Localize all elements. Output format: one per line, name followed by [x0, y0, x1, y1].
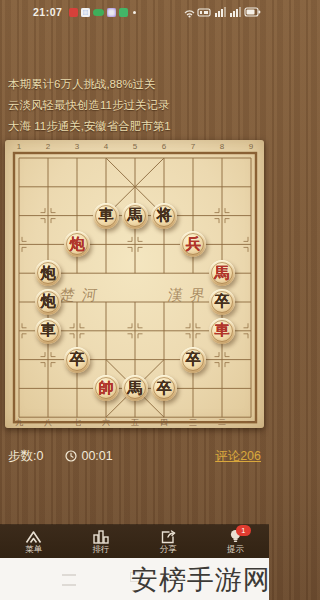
- piece-glyph: 炮: [41, 294, 56, 309]
- status-bar: 21:07: [0, 0, 269, 24]
- step-counter: 步数:0: [8, 448, 43, 465]
- timer: 00:01: [65, 449, 112, 463]
- game-info-bar: 步数:0 00:01 评论206: [8, 446, 261, 466]
- piece-glyph: 兵: [186, 236, 201, 251]
- timer-value: 00:01: [81, 449, 112, 463]
- xiangqi-piece-red[interactable]: 車: [209, 318, 235, 344]
- wifi-signal-battery-icons: [183, 5, 261, 18]
- xiangqi-piece-black[interactable]: 卒: [180, 347, 206, 373]
- notification-dot: [133, 11, 136, 14]
- hint-icon: 1: [227, 529, 244, 544]
- nav-item-share[interactable]: 分享: [135, 525, 202, 558]
- xiangqi-piece-red[interactable]: 帥: [93, 375, 119, 401]
- piece-glyph: 車: [99, 208, 114, 223]
- piece-glyph: 車: [215, 323, 230, 338]
- xiangqi-piece-red[interactable]: 炮: [64, 231, 90, 257]
- piece-glyph: 炮: [41, 265, 56, 280]
- nav-item-menu[interactable]: 菜单: [0, 525, 67, 558]
- challenge-banner: 本期累计6万人挑战,88%过关 云淡风轻最快创造11步过关记录 大海 11步通关…: [8, 74, 265, 137]
- xiangqi-piece-black[interactable]: 車: [35, 318, 61, 344]
- clock-time: 21:07: [33, 6, 62, 18]
- piece-glyph: 車: [41, 323, 56, 338]
- comments-link[interactable]: 评论206: [215, 448, 261, 465]
- blue-app-icon: [107, 8, 116, 17]
- nav-label: 分享: [160, 545, 177, 554]
- nav-label: 菜单: [25, 545, 42, 554]
- banner-line-1: 本期累计6万人挑战,88%过关: [8, 74, 265, 95]
- xiangqi-piece-black[interactable]: 将: [151, 203, 177, 229]
- clock-icon: [65, 450, 77, 462]
- watermark-lines-mark: [62, 574, 76, 586]
- piece-glyph: 馬: [128, 208, 143, 223]
- xiangqi-piece-black[interactable]: 卒: [64, 347, 90, 373]
- piece-glyph: 将: [157, 208, 172, 223]
- xiangqi-piece-black[interactable]: 車: [93, 203, 119, 229]
- watermark-text: 安榜手游网: [131, 562, 269, 598]
- banner-line-3: 大海 11步通关,安徽省合肥市第1: [8, 116, 265, 137]
- xiangqi-piece-black[interactable]: 卒: [151, 375, 177, 401]
- xiangqi-piece-black[interactable]: 馬: [122, 375, 148, 401]
- banner-line-2: 云淡风轻最快创造11步过关记录: [8, 95, 265, 116]
- green-pill-icon: [93, 9, 104, 16]
- xiangqi-piece-black[interactable]: 馬: [122, 203, 148, 229]
- piece-glyph: 卒: [157, 380, 172, 395]
- xiangqi-piece-red[interactable]: 兵: [180, 231, 206, 257]
- pieces-grid[interactable]: 車馬将炮兵炮馬炮卒車車卒卒帥馬卒: [5, 144, 266, 432]
- nav-item-ranking[interactable]: 排行: [67, 525, 134, 558]
- piece-glyph: 卒: [186, 352, 201, 367]
- menu-icon: [25, 529, 42, 544]
- xiangqi-piece-red[interactable]: 馬: [209, 260, 235, 286]
- xiangqi-board[interactable]: 123456789 九八七六五四三二一 楚河 漢界 車馬将炮兵炮馬炮卒車車卒卒帥…: [5, 140, 264, 428]
- xiangqi-piece-black[interactable]: 炮: [35, 289, 61, 315]
- notification-icons: [69, 8, 136, 17]
- nav-item-hint[interactable]: 1 提示: [202, 525, 269, 558]
- piece-glyph: 馬: [128, 380, 143, 395]
- piece-glyph: 帥: [99, 380, 114, 395]
- share-icon: [160, 529, 177, 544]
- ranking-icon: [92, 529, 109, 544]
- piece-glyph: 卒: [215, 294, 230, 309]
- nav-label: 提示: [227, 545, 244, 554]
- piece-glyph: 炮: [70, 236, 85, 251]
- white-blue-app-icon: [81, 8, 90, 17]
- piece-glyph: 馬: [215, 265, 230, 280]
- watermark-strip: 安榜手游网: [0, 558, 269, 600]
- red-app-icon: [69, 8, 78, 17]
- nav-label: 排行: [92, 545, 109, 554]
- xiangqi-piece-black[interactable]: 炮: [35, 260, 61, 286]
- piece-glyph: 卒: [70, 352, 85, 367]
- green-app-icon: [119, 8, 128, 17]
- hint-badge: 1: [236, 525, 251, 536]
- status-icons-right: [183, 5, 261, 18]
- bottom-nav: 菜单 排行 分享 1 提示: [0, 525, 269, 558]
- xiangqi-piece-black[interactable]: 卒: [209, 289, 235, 315]
